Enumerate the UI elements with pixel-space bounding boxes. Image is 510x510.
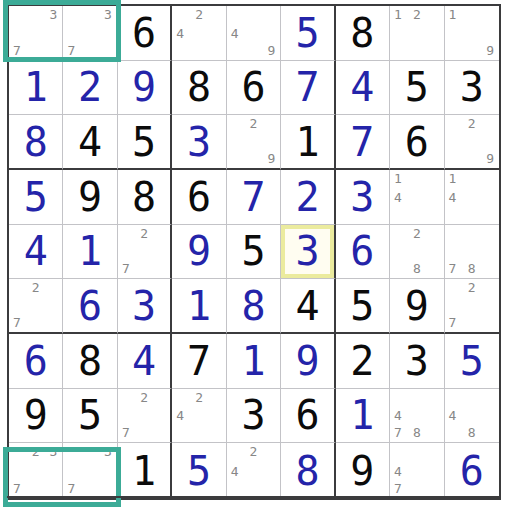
sudoku-cell-r5c8[interactable]: 28 [390,225,444,280]
sudoku-cell-r5c6-selected[interactable]: 3 [281,225,335,280]
given-digit: 8 [172,61,225,115]
sudoku-cell-r4c4[interactable]: 6 [172,170,226,225]
sudoku-app: 3737624495812191298674538453291762959867… [0,0,510,510]
solved-digit: 2 [281,170,333,224]
sudoku-cell-r5c1[interactable]: 4 [9,225,63,280]
sudoku-cell-r4c1[interactable]: 5 [9,170,63,225]
sudoku-cell-r4c3[interactable]: 8 [118,170,172,225]
candidate-digit: 1 [394,172,402,185]
sudoku-cell-r3c8[interactable]: 6 [390,115,444,170]
sudoku-cell-r5c7[interactable]: 6 [336,225,390,280]
given-digit: 9 [336,443,389,498]
sudoku-cell-r7c1[interactable]: 6 [9,334,63,389]
solved-digit: 9 [172,225,225,279]
candidate-digit: 3 [50,8,58,21]
sudoku-cell-r7c4[interactable]: 7 [172,334,226,389]
candidate-digit: 7 [394,426,402,439]
candidate-digit: 7 [13,482,21,495]
sudoku-cell-r7c6[interactable]: 9 [281,334,335,389]
given-digit: 6 [227,61,280,115]
solved-digit: 3 [281,225,333,279]
sudoku-cell-r8c9[interactable]: 48 [445,389,499,444]
solved-digit: 2 [63,61,116,115]
candidate-digit: 2 [250,445,258,458]
candidate-digit: 4 [231,464,239,477]
solved-digit: 6 [336,225,389,279]
candidate-digit: 9 [267,152,275,165]
sudoku-cell-r5c5[interactable]: 5 [227,225,281,280]
sudoku-cell-r8c5[interactable]: 3 [227,389,281,444]
sudoku-cell-r2c3[interactable]: 9 [118,61,172,116]
solved-digit: 1 [172,279,225,332]
sudoku-cell-r6c1[interactable]: 27 [9,279,63,334]
sudoku-cell-r9c7[interactable]: 9 [336,443,390,498]
given-digit: 2 [336,334,389,388]
sudoku-cell-r5c4[interactable]: 9 [172,225,226,280]
given-digit: 9 [63,170,116,224]
sudoku-cell-r7c5[interactable]: 1 [227,334,281,389]
sudoku-cell-r4c9[interactable]: 14 [445,170,499,225]
candidate-digit: 2 [413,227,421,240]
sudoku-cell-r9c5[interactable]: 24 [227,443,281,498]
given-digit: 5 [336,279,389,332]
sudoku-cell-r2c6[interactable]: 7 [281,61,335,116]
sudoku-cell-r5c2[interactable]: 1 [63,225,117,280]
sudoku-cell-r9c6[interactable]: 8 [281,443,335,498]
candidate-digit: 1 [449,8,457,21]
candidate-digit: 2 [32,281,40,294]
sudoku-cell-r5c3[interactable]: 27 [118,225,172,280]
given-digit: 6 [118,6,170,60]
sudoku-cell-r2c5[interactable]: 6 [227,61,281,116]
sudoku-cell-r6c5[interactable]: 8 [227,279,281,334]
sudoku-cell-r3c1[interactable]: 8 [9,115,63,170]
given-digit: 5 [227,225,280,279]
candidate-digit: 2 [413,8,421,21]
candidate-digit: 7 [122,262,130,275]
sudoku-cell-r6c9[interactable]: 27 [445,279,499,334]
sudoku-cell-r3c7[interactable]: 7 [336,115,390,170]
candidate-digit: 1 [449,172,457,185]
candidate-digit: 3 [104,8,112,21]
candidate-digit: 4 [176,409,184,422]
sudoku-cell-r1c9[interactable]: 19 [445,6,499,61]
candidate-digit: 7 [67,482,75,495]
given-digit: 3 [227,389,280,443]
sudoku-cell-r6c2[interactable]: 6 [63,279,117,334]
candidate-digit: 4 [394,409,402,422]
candidate-digit: 9 [486,152,494,165]
candidate-digit: 4 [231,26,239,39]
sudoku-cell-r2c2[interactable]: 2 [63,61,117,116]
solved-digit: 5 [445,334,499,388]
solved-digit: 6 [63,279,116,332]
sudoku-cell-r7c9[interactable]: 5 [445,334,499,389]
candidate-digit: 3 [104,445,112,458]
given-digit: 6 [172,170,225,224]
sudoku-cell-r2c9[interactable]: 3 [445,61,499,116]
solved-digit: 1 [336,389,389,443]
sudoku-cell-r5c9[interactable]: 78 [445,225,499,280]
sudoku-cell-r6c8[interactable]: 9 [390,279,444,334]
solved-digit: 1 [63,225,116,279]
candidate-digit: 7 [449,316,457,329]
solved-digit: 3 [172,115,225,168]
sudoku-cell-r3c9[interactable]: 29 [445,115,499,170]
candidate-digit: 7 [394,482,402,495]
sudoku-cell-r9c1[interactable]: 237 [9,443,63,498]
sudoku-cell-r9c2[interactable]: 37 [63,443,117,498]
sudoku-cell-r1c1[interactable]: 37 [9,6,63,61]
sudoku-cell-r1c8[interactable]: 12 [390,6,444,61]
sudoku-cell-r6c7[interactable]: 5 [336,279,390,334]
candidate-digit: 2 [195,391,203,404]
sudoku-cell-r1c3[interactable]: 6 [118,6,172,61]
candidate-digit: 4 [176,26,184,39]
sudoku-cell-r8c8[interactable]: 478 [390,389,444,444]
given-digit: 4 [63,115,116,168]
solved-digit: 7 [227,170,280,224]
candidate-digit: 2 [250,117,258,130]
sudoku-cell-r2c4[interactable]: 8 [172,61,226,116]
solved-digit: 4 [118,334,170,388]
given-digit: 5 [63,389,116,443]
sudoku-cell-r8c6[interactable]: 6 [281,389,335,444]
candidate-digit: 4 [394,464,402,477]
solved-digit: 6 [9,334,62,388]
candidate-digit: 7 [449,262,457,275]
sudoku-cell-r4c7[interactable]: 3 [336,170,390,225]
given-digit: 7 [172,334,225,388]
solved-digit: 7 [336,115,389,168]
given-digit: 1 [118,443,170,498]
sudoku-cell-r9c9[interactable]: 6 [445,443,499,498]
sudoku-cell-r8c2[interactable]: 5 [63,389,117,444]
given-digit: 1 [281,115,333,168]
given-digit: 3 [445,61,499,115]
candidate-digit: 4 [449,190,457,203]
sudoku-cell-r7c2[interactable]: 8 [63,334,117,389]
candidate-digit: 7 [67,44,75,57]
sudoku-cell-r7c7[interactable]: 2 [336,334,390,389]
sudoku-cell-r6c6[interactable]: 4 [281,279,335,334]
candidate-digit: 1 [394,8,402,21]
given-digit: 8 [63,334,116,388]
solved-digit: 4 [9,225,62,279]
solved-digit: 1 [9,61,62,115]
candidate-digit: 7 [122,426,130,439]
sudoku-cell-r9c8[interactable]: 47 [390,443,444,498]
given-digit: 6 [390,115,443,168]
candidate-digit: 9 [486,44,494,57]
sudoku-cell-r4c6[interactable]: 2 [281,170,335,225]
sudoku-cell-r8c4[interactable]: 24 [172,389,226,444]
sudoku-cell-r4c8[interactable]: 14 [390,170,444,225]
given-digit: 3 [390,334,443,388]
sudoku-cell-r1c2[interactable]: 37 [63,6,117,61]
sudoku-cell-r1c6[interactable]: 5 [281,6,335,61]
solved-digit: 8 [227,279,280,332]
candidate-digit: 8 [468,262,476,275]
sudoku-cell-r3c6[interactable]: 1 [281,115,335,170]
given-digit: 6 [281,389,333,443]
sudoku-cell-r7c8[interactable]: 3 [390,334,444,389]
sudoku-cell-r2c1[interactable]: 1 [9,61,63,116]
candidate-digit: 4 [449,409,457,422]
solved-digit: 8 [281,443,333,498]
solved-digit: 6 [445,443,499,498]
candidate-digit: 2 [140,227,148,240]
sudoku-cell-r8c3[interactable]: 27 [118,389,172,444]
candidate-digit: 2 [468,281,476,294]
candidate-digit: 2 [140,391,148,404]
solved-digit: 7 [281,61,333,115]
sudoku-cell-r8c7[interactable]: 1 [336,389,390,444]
sudoku-cell-r3c2[interactable]: 4 [63,115,117,170]
solved-digit: 5 [9,170,62,224]
sudoku-cell-r1c7[interactable]: 8 [336,6,390,61]
candidate-digit: 3 [50,445,58,458]
sudoku-cell-r9c4[interactable]: 5 [172,443,226,498]
candidate-digit: 2 [195,8,203,21]
given-digit: 9 [390,279,443,332]
sudoku-cell-r4c2[interactable]: 9 [63,170,117,225]
solved-digit: 9 [281,334,333,388]
sudoku-cell-r9c3[interactable]: 1 [118,443,172,498]
sudoku-board: 3737624495812191298674538453291762959867… [7,4,501,500]
sudoku-cell-r7c3[interactable]: 4 [118,334,172,389]
sudoku-cell-r2c8[interactable]: 5 [390,61,444,116]
solved-digit: 3 [336,170,389,224]
given-digit: 8 [118,170,170,224]
given-digit: 5 [118,115,170,168]
candidate-digit: 8 [413,262,421,275]
candidate-digit: 4 [394,190,402,203]
solved-digit: 4 [336,61,389,115]
solved-digit: 9 [118,61,170,115]
sudoku-cell-r6c4[interactable]: 1 [172,279,226,334]
solved-digit: 5 [172,443,225,498]
candidate-digit: 7 [13,316,21,329]
given-digit: 4 [281,279,333,332]
sudoku-cell-r1c5[interactable]: 49 [227,6,281,61]
sudoku-cell-r3c4[interactable]: 3 [172,115,226,170]
given-digit: 5 [390,61,443,115]
sudoku-cell-r4c5[interactable]: 7 [227,170,281,225]
candidate-digit: 8 [468,426,476,439]
sudoku-cell-r2c7[interactable]: 4 [336,61,390,116]
given-digit: 9 [9,389,62,443]
sudoku-cell-r3c5[interactable]: 29 [227,115,281,170]
solved-digit: 5 [281,6,333,60]
candidate-digit: 8 [413,426,421,439]
sudoku-cell-r6c3[interactable]: 3 [118,279,172,334]
sudoku-cell-r3c3[interactable]: 5 [118,115,172,170]
candidate-digit: 2 [32,445,40,458]
sudoku-cell-r1c4[interactable]: 24 [172,6,226,61]
solved-digit: 1 [227,334,280,388]
candidate-digit: 7 [13,44,21,57]
candidate-digit: 2 [468,117,476,130]
candidate-digit: 9 [267,44,275,57]
solved-digit: 3 [118,279,170,332]
sudoku-cell-r8c1[interactable]: 9 [9,389,63,444]
given-digit: 8 [336,6,389,60]
solved-digit: 8 [9,115,62,168]
